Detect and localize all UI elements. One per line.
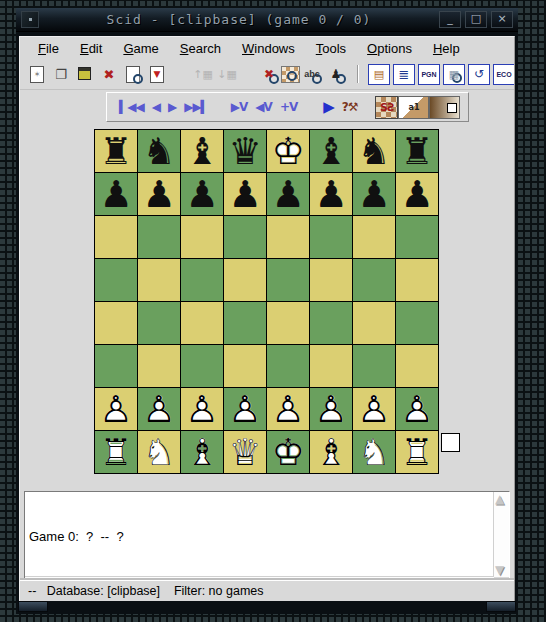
finder-icon[interactable] (121, 64, 145, 85)
maintenance-icon[interactable]: ↺ (468, 64, 490, 85)
square-d6[interactable] (224, 216, 266, 258)
square-f8[interactable]: ♝ (310, 130, 352, 172)
square-a7[interactable]: ♟ (95, 173, 137, 215)
square-d4[interactable] (224, 302, 266, 344)
black-knight: ♞ (138, 130, 180, 172)
square-g3[interactable] (353, 345, 395, 387)
square-b3[interactable] (138, 345, 180, 387)
resize-grip-right[interactable] (486, 601, 516, 612)
header-search-icon[interactable]: abc (300, 64, 324, 85)
new-database-icon[interactable]: ✶ (25, 64, 49, 85)
enter-variation-button[interactable]: ▶V (227, 95, 252, 119)
square-g6[interactable] (353, 216, 395, 258)
menu-windows[interactable]: Windows (234, 40, 303, 57)
square-a4[interactable] (95, 302, 137, 344)
square-e1[interactable]: ♚♔ (267, 431, 309, 473)
black-bishop: ♝ (310, 130, 352, 172)
close-button[interactable]: × (491, 11, 513, 28)
vertical-scrollbar[interactable]: ▲ ▼ (493, 492, 509, 577)
game-info-panel: Game 0: ? -- ? * (0) ???? ?: ? (?) Last … (24, 491, 510, 591)
status-bar: -- Database: [clipbase] Filter: no games (20, 580, 514, 601)
autoplay-button[interactable]: ▶ (319, 95, 338, 119)
game-info-text-segment: Game 0: ? -- ? (29, 529, 124, 544)
white-knight-outline: ♘ (138, 431, 180, 473)
toolbar-gap (348, 74, 352, 75)
square-e6[interactable] (267, 216, 309, 258)
square-d2[interactable]: ♟♙ (224, 388, 266, 430)
title-bar[interactable]: Scid - [clipbase] (game 0 / 0) _ □ × (16, 8, 518, 32)
black-queen: ♛ (224, 130, 266, 172)
square-a1[interactable]: ♜♖ (95, 431, 137, 473)
square-c5[interactable] (181, 259, 223, 301)
white-bishop-outline: ♗ (181, 431, 223, 473)
square-f5[interactable] (310, 259, 352, 301)
white-pawn-outline: ♙ (138, 388, 180, 430)
white-queen-outline: ♕ (224, 431, 266, 473)
square-a3[interactable] (95, 345, 137, 387)
white-pawn-outline: ♙ (353, 388, 395, 430)
square-d3[interactable] (224, 345, 266, 387)
square-c4[interactable] (181, 302, 223, 344)
black-king-outline: ♔ (267, 130, 309, 172)
black-pawn: ♟ (138, 173, 180, 215)
black-pawn: ♟ (95, 173, 137, 215)
square-c3[interactable] (181, 345, 223, 387)
square-c6[interactable] (181, 216, 223, 258)
square-b4[interactable] (138, 302, 180, 344)
square-g1[interactable]: ♞♘ (353, 431, 395, 473)
square-b1[interactable]: ♞♘ (138, 431, 180, 473)
black-pawn: ♟ (310, 173, 352, 215)
board-area: ♜♞♝♛♚♔♝♞♜♟♟♟♟♟♟♟♟♟♙♟♙♟♙♟♙♟♙♟♙♟♙♟♙♜♖♞♘♝♗♛… (20, 129, 514, 485)
white-rook-outline: ♖ (95, 431, 137, 473)
square-a6[interactable] (95, 216, 137, 258)
white-bishop-outline: ♗ (310, 431, 352, 473)
menu-bar: File Edit Game Search Windows Tools Opti… (20, 37, 514, 59)
square-f1[interactable]: ♝♗ (310, 431, 352, 473)
toolbar-gap (239, 74, 257, 75)
menu-edit[interactable]: Edit (72, 40, 110, 57)
square-h5[interactable] (396, 259, 438, 301)
square-d1[interactable]: ♛♕ (224, 431, 266, 473)
prev-game-icon: ↑▦ (191, 64, 215, 85)
bookmark-icon[interactable]: ▼ (145, 64, 169, 85)
white-rook-outline: ♖ (396, 431, 438, 473)
square-h3[interactable] (396, 345, 438, 387)
chess-board: ♜♞♝♛♚♔♝♞♜♟♟♟♟♟♟♟♟♟♙♟♙♟♙♟♙♟♙♟♙♟♙♟♙♜♖♞♘♝♗♛… (94, 129, 439, 474)
maximize-button[interactable]: □ (465, 11, 487, 28)
square-b7[interactable]: ♟ (138, 173, 180, 215)
save-icon[interactable] (73, 64, 97, 85)
white-pawn-outline: ♙ (267, 388, 309, 430)
menu-file[interactable]: File (30, 40, 67, 57)
reset-filter-icon[interactable]: ✖ (257, 64, 281, 85)
back-move-button[interactable]: ◀ (148, 95, 164, 119)
menu-help[interactable]: Help (425, 40, 468, 57)
white-pawn-outline: ♙ (310, 388, 352, 430)
black-bishop: ♝ (181, 130, 223, 172)
square-c7[interactable]: ♟ (181, 173, 223, 215)
black-rook: ♜ (396, 130, 438, 172)
white-pawn-outline: ♙ (396, 388, 438, 430)
game-info-line: Game 0: ? -- ? (29, 528, 491, 545)
game-info-text: Game 0: ? -- ? * (0) ???? ?: ? (?) Last … (29, 494, 491, 574)
close-database-icon[interactable]: ✖ (97, 64, 121, 85)
flip-board-button[interactable]: SƧ (375, 96, 398, 119)
square-h6[interactable] (396, 216, 438, 258)
square-b8[interactable]: ♞ (138, 130, 180, 172)
square-c2[interactable]: ♟♙ (181, 388, 223, 430)
game-list-icon[interactable]: ≣ (393, 64, 415, 85)
nav-toolbar-row: ▍◀◀◀▶▶▶▍▶V◀V+V▶?⚒SƧa1 (20, 90, 514, 124)
square-f3[interactable] (310, 345, 352, 387)
square-g8[interactable]: ♞ (353, 130, 395, 172)
square-f4[interactable] (310, 302, 352, 344)
white-king-outline: ♔ (267, 431, 309, 473)
white-pawn-outline: ♙ (224, 388, 266, 430)
menu-search[interactable]: Search (172, 40, 229, 57)
tournament-finder-icon[interactable]: ▦ (443, 64, 465, 85)
black-pawn: ♟ (396, 173, 438, 215)
square-f6[interactable] (310, 216, 352, 258)
material-search-icon[interactable]: ♟ (324, 64, 348, 85)
square-b2[interactable]: ♟♙ (138, 388, 180, 430)
square-e5[interactable] (267, 259, 309, 301)
black-rook: ♜ (95, 130, 137, 172)
black-knight: ♞ (353, 130, 395, 172)
trial-mode-button[interactable]: ?⚒ (338, 95, 362, 119)
coords-toggle-button[interactable]: a1 (398, 96, 429, 119)
black-pawn: ♟ (267, 173, 309, 215)
square-g5[interactable] (353, 259, 395, 301)
toolbar-gap (169, 74, 191, 75)
square-e2[interactable]: ♟♙ (267, 388, 309, 430)
square-h4[interactable] (396, 302, 438, 344)
window-switcher-icon[interactable]: ▤ (368, 64, 390, 85)
window-menu-dot-icon (29, 18, 32, 21)
square-d8[interactable]: ♛ (224, 130, 266, 172)
square-e7[interactable]: ♟ (267, 173, 309, 215)
toolbar-separator (357, 65, 359, 83)
square-g4[interactable] (353, 302, 395, 344)
toolbar-gap (301, 107, 319, 108)
open-database-icon[interactable]: ❐ (49, 64, 73, 85)
square-g2[interactable]: ♟♙ (353, 388, 395, 430)
square-a5[interactable] (95, 259, 137, 301)
toolbar-gap (213, 107, 227, 108)
square-d7[interactable]: ♟ (224, 173, 266, 215)
pgn-window-icon[interactable]: PGN (418, 64, 440, 85)
square-c1[interactable]: ♝♗ (181, 431, 223, 473)
square-f2[interactable]: ♟♙ (310, 388, 352, 430)
exit-variation-button[interactable]: ◀V (251, 95, 276, 119)
square-e3[interactable] (267, 345, 309, 387)
square-b5[interactable] (138, 259, 180, 301)
goto-start-button[interactable]: ▍◀◀ (115, 95, 148, 119)
square-f7[interactable]: ♟ (310, 173, 352, 215)
square-h8[interactable]: ♜ (396, 130, 438, 172)
eco-browser-icon[interactable]: ECO (493, 64, 515, 85)
goto-end-button[interactable]: ▶▶▍ (180, 95, 213, 119)
black-pawn: ♟ (224, 173, 266, 215)
square-h2[interactable]: ♟♙ (396, 388, 438, 430)
side-to-move-indicator (441, 433, 460, 452)
add-variation-button[interactable]: +V (276, 95, 301, 119)
square-a2[interactable]: ♟♙ (95, 388, 137, 430)
square-e4[interactable] (267, 302, 309, 344)
main-toolbar: ✶❐✖▼↑▦↓▦✖abc♟▤≣PGN▦↺ECOΨ▦⚙ (20, 59, 514, 90)
square-g7[interactable]: ♟ (353, 173, 395, 215)
board-search-icon[interactable] (281, 66, 300, 83)
scroll-down-icon[interactable]: ▼ (495, 564, 504, 576)
toolbar-gap (361, 107, 375, 108)
menu-tools[interactable]: Tools (308, 40, 354, 57)
app-body: File Edit Game Search Windows Tools Opti… (19, 36, 515, 601)
scroll-up-icon[interactable]: ▲ (495, 493, 504, 505)
white-pawn-outline: ♙ (181, 388, 223, 430)
resize-grip-left[interactable] (18, 601, 48, 612)
black-pawn: ♟ (181, 173, 223, 215)
next-game-icon: ↓▦ (215, 64, 239, 85)
square-c8[interactable]: ♝ (181, 130, 223, 172)
white-pawn-outline: ♙ (95, 388, 137, 430)
minimize-button[interactable]: _ (439, 11, 461, 28)
game-nav-toolbar: ▍◀◀◀▶▶▶▍▶V◀V+V▶?⚒SƧa1 (106, 92, 469, 122)
window-controls: _ □ × (439, 11, 513, 28)
square-d5[interactable] (224, 259, 266, 301)
stm-toggle-button[interactable] (429, 96, 460, 119)
square-b6[interactable] (138, 216, 180, 258)
square-e8[interactable]: ♚♔ (267, 130, 309, 172)
black-pawn: ♟ (353, 173, 395, 215)
forward-move-button[interactable]: ▶ (164, 95, 180, 119)
menu-options[interactable]: Options (359, 40, 420, 57)
square-a8[interactable]: ♜ (95, 130, 137, 172)
menu-game[interactable]: Game (115, 40, 166, 57)
window-title: Scid - [clipbase] (game 0 / 0) (43, 12, 435, 27)
white-knight-outline: ♘ (353, 431, 395, 473)
square-h7[interactable]: ♟ (396, 173, 438, 215)
scid-window: Scid - [clipbase] (game 0 / 0) _ □ × Fil… (16, 8, 518, 614)
window-menu-button[interactable] (21, 11, 39, 28)
square-h1[interactable]: ♜♖ (396, 431, 438, 473)
